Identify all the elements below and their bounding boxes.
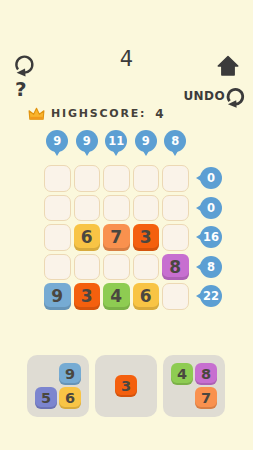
board-tile-8[interactable]: 8	[162, 254, 189, 281]
column-sums: 991198	[44, 130, 189, 152]
board-cell-empty[interactable]	[74, 254, 101, 281]
board-cell-empty[interactable]	[74, 165, 101, 192]
home-button[interactable]	[216, 54, 240, 77]
tray-piece-1[interactable]: 956	[35, 363, 81, 409]
board-cell-empty[interactable]	[44, 165, 71, 192]
board-tile-4[interactable]: 4	[103, 283, 130, 310]
row-sum-balloon: 0	[200, 197, 222, 219]
piece-tray: 9563487	[27, 355, 225, 417]
crown-icon	[27, 106, 46, 122]
row-sum-balloon: 22	[200, 285, 222, 307]
undo-label: UNDO	[183, 89, 225, 103]
board-cell-empty[interactable]	[103, 195, 130, 222]
piece-tile-7: 7	[195, 387, 217, 409]
board-cell-empty[interactable]	[162, 165, 189, 192]
tray-piece-2[interactable]: 3	[115, 375, 137, 397]
piece-tile-8: 8	[195, 363, 217, 385]
column-sum-balloon: 9	[46, 130, 68, 152]
piece-tile-3: 3	[115, 375, 137, 397]
board-cell-empty[interactable]	[44, 254, 71, 281]
highscore-value: 4	[155, 107, 163, 121]
tray-piece-3[interactable]: 487	[171, 363, 217, 409]
row-sums: 0016822	[200, 165, 222, 310]
piece-empty-cell	[35, 363, 57, 385]
board-cell-empty[interactable]	[74, 195, 101, 222]
column-sum-balloon: 8	[164, 130, 186, 152]
column-sum-balloon: 11	[105, 130, 127, 152]
piece-empty-cell	[171, 387, 193, 409]
question-mark-icon: ?	[15, 77, 27, 101]
board-tile-7[interactable]: 7	[103, 224, 130, 251]
highscore-row: HIGHSCORE: 4	[27, 105, 164, 122]
piece-tile-6: 6	[59, 387, 81, 409]
undo-arrow-icon	[225, 86, 247, 109]
help-button[interactable]: ?	[15, 77, 27, 101]
row-sum-balloon: 8	[200, 256, 222, 278]
home-icon	[216, 54, 240, 77]
piece-slot-3: 487	[163, 355, 225, 417]
highscore-label: HIGHSCORE:	[51, 107, 146, 120]
board-cell-empty[interactable]	[133, 165, 160, 192]
board-cell-empty[interactable]	[162, 283, 189, 310]
piece-slot-2: 3	[95, 355, 157, 417]
piece-tile-9: 9	[59, 363, 81, 385]
undo-button[interactable]: UNDO	[183, 82, 247, 109]
piece-tile-5: 5	[35, 387, 57, 409]
column-sum-balloon: 9	[76, 130, 98, 152]
board-cell-empty[interactable]	[44, 195, 71, 222]
board-tile-6[interactable]: 6	[133, 283, 160, 310]
game-screen: 4 ? UNDO HIGHSCORE: 4 991198 67389346 00…	[0, 0, 253, 450]
piece-slot-1: 956	[27, 355, 89, 417]
board-cell-empty[interactable]	[103, 165, 130, 192]
board-cell-empty[interactable]	[44, 224, 71, 251]
board-cell-empty[interactable]	[162, 195, 189, 222]
board-tile-6[interactable]: 6	[74, 224, 101, 251]
board-cell-empty[interactable]	[103, 254, 130, 281]
row-sum-balloon: 0	[200, 167, 222, 189]
board-grid: 67389346	[44, 165, 189, 310]
board-cell-empty[interactable]	[133, 195, 160, 222]
board-cell-empty[interactable]	[162, 224, 189, 251]
board-tile-3[interactable]: 3	[133, 224, 160, 251]
board-tile-3[interactable]: 3	[74, 283, 101, 310]
row-sum-balloon: 16	[200, 226, 222, 248]
column-sum-balloon: 9	[135, 130, 157, 152]
piece-tile-4: 4	[171, 363, 193, 385]
board-cell-empty[interactable]	[133, 254, 160, 281]
board-tile-9[interactable]: 9	[44, 283, 71, 310]
